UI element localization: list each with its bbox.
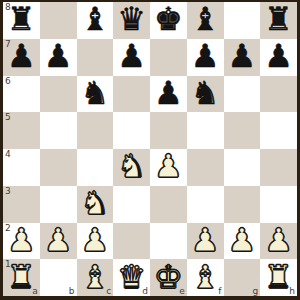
white-queen-piece[interactable]: ♛	[117, 261, 146, 293]
black-knight-piece[interactable]: ♞	[81, 77, 110, 109]
white-pawn-piece[interactable]: ♟	[81, 224, 110, 256]
board-frame: 8♜♝♛♚♝♜7♟♟♟♟♟♟6♞♟♞54♞♟3♞2♟♟♟♟♟♟1a♜bc♝d♛e…	[0, 0, 300, 300]
black-knight-piece[interactable]: ♞	[191, 77, 220, 109]
black-pawn-piece[interactable]: ♟	[154, 77, 183, 109]
square-d8[interactable]: ♛	[113, 2, 150, 39]
white-pawn-piece[interactable]: ♟	[228, 224, 257, 256]
square-a3[interactable]: 3	[3, 186, 40, 223]
square-f2[interactable]: ♟	[187, 223, 224, 260]
square-b1[interactable]: b	[40, 259, 77, 296]
rank-label-6: 6	[5, 76, 11, 86]
square-a4[interactable]: 4	[3, 149, 40, 186]
square-b5[interactable]	[40, 112, 77, 149]
file-label-g: g	[253, 286, 259, 296]
square-d6[interactable]	[113, 76, 150, 113]
white-knight-piece[interactable]: ♞	[117, 150, 146, 182]
square-b7[interactable]: ♟	[40, 39, 77, 76]
rank-label-3: 3	[5, 186, 11, 196]
square-g8[interactable]	[224, 2, 261, 39]
black-pawn-piece[interactable]: ♟	[264, 40, 293, 72]
square-e4[interactable]: ♟	[150, 149, 187, 186]
rank-label-4: 4	[5, 149, 11, 159]
file-label-b: b	[69, 286, 75, 296]
square-b4[interactable]	[40, 149, 77, 186]
square-e2[interactable]	[150, 223, 187, 260]
black-queen-piece[interactable]: ♛	[117, 3, 146, 35]
square-g2[interactable]: ♟	[224, 223, 261, 260]
black-pawn-piece[interactable]: ♟	[7, 40, 36, 72]
square-f3[interactable]	[187, 186, 224, 223]
square-f5[interactable]	[187, 112, 224, 149]
square-d3[interactable]	[113, 186, 150, 223]
square-h4[interactable]	[260, 149, 297, 186]
black-rook-piece[interactable]: ♜	[264, 3, 293, 35]
square-c4[interactable]	[77, 149, 114, 186]
square-a1[interactable]: 1a♜	[3, 259, 40, 296]
square-b3[interactable]	[40, 186, 77, 223]
square-f8[interactable]: ♝	[187, 2, 224, 39]
square-e8[interactable]: ♚	[150, 2, 187, 39]
square-g4[interactable]	[224, 149, 261, 186]
square-e5[interactable]	[150, 112, 187, 149]
square-d5[interactable]	[113, 112, 150, 149]
white-pawn-piece[interactable]: ♟	[264, 224, 293, 256]
square-b6[interactable]	[40, 76, 77, 113]
square-g3[interactable]	[224, 186, 261, 223]
white-pawn-piece[interactable]: ♟	[44, 224, 73, 256]
square-g5[interactable]	[224, 112, 261, 149]
square-g1[interactable]: g	[224, 259, 261, 296]
square-a5[interactable]: 5	[3, 112, 40, 149]
square-f4[interactable]	[187, 149, 224, 186]
square-b2[interactable]: ♟	[40, 223, 77, 260]
square-c5[interactable]	[77, 112, 114, 149]
black-pawn-piece[interactable]: ♟	[44, 40, 73, 72]
black-pawn-piece[interactable]: ♟	[117, 40, 146, 72]
square-g7[interactable]: ♟	[224, 39, 261, 76]
chess-board: 8♜♝♛♚♝♜7♟♟♟♟♟♟6♞♟♞54♞♟3♞2♟♟♟♟♟♟1a♜bc♝d♛e…	[3, 2, 297, 296]
square-f1[interactable]: f♝	[187, 259, 224, 296]
square-c1[interactable]: c♝	[77, 259, 114, 296]
square-h3[interactable]	[260, 186, 297, 223]
square-f6[interactable]: ♞	[187, 76, 224, 113]
white-pawn-piece[interactable]: ♟	[7, 224, 36, 256]
square-h8[interactable]: ♜	[260, 2, 297, 39]
square-b8[interactable]	[40, 2, 77, 39]
white-pawn-piece[interactable]: ♟	[191, 224, 220, 256]
square-g6[interactable]	[224, 76, 261, 113]
white-bishop-piece[interactable]: ♝	[191, 261, 220, 293]
square-a6[interactable]: 6	[3, 76, 40, 113]
square-c8[interactable]: ♝	[77, 2, 114, 39]
square-h5[interactable]	[260, 112, 297, 149]
black-pawn-piece[interactable]: ♟	[191, 40, 220, 72]
square-a2[interactable]: 2♟	[3, 223, 40, 260]
square-h7[interactable]: ♟	[260, 39, 297, 76]
white-king-piece[interactable]: ♚	[154, 261, 183, 293]
square-d1[interactable]: d♛	[113, 259, 150, 296]
square-c7[interactable]	[77, 39, 114, 76]
white-rook-piece[interactable]: ♜	[7, 261, 36, 293]
square-e6[interactable]: ♟	[150, 76, 187, 113]
square-d2[interactable]	[113, 223, 150, 260]
black-pawn-piece[interactable]: ♟	[228, 40, 257, 72]
white-bishop-piece[interactable]: ♝	[81, 261, 110, 293]
black-bishop-piece[interactable]: ♝	[81, 3, 110, 35]
square-f7[interactable]: ♟	[187, 39, 224, 76]
white-rook-piece[interactable]: ♜	[264, 261, 293, 293]
square-a7[interactable]: 7♟	[3, 39, 40, 76]
square-a8[interactable]: 8♜	[3, 2, 40, 39]
white-knight-piece[interactable]: ♞	[81, 187, 110, 219]
black-rook-piece[interactable]: ♜	[7, 3, 36, 35]
square-h1[interactable]: h♜	[260, 259, 297, 296]
square-c2[interactable]: ♟	[77, 223, 114, 260]
black-king-piece[interactable]: ♚	[154, 3, 183, 35]
black-bishop-piece[interactable]: ♝	[191, 3, 220, 35]
square-h2[interactable]: ♟	[260, 223, 297, 260]
square-d7[interactable]: ♟	[113, 39, 150, 76]
square-h6[interactable]	[260, 76, 297, 113]
rank-label-5: 5	[5, 112, 11, 122]
square-c3[interactable]: ♞	[77, 186, 114, 223]
square-d4[interactable]: ♞	[113, 149, 150, 186]
square-e7[interactable]	[150, 39, 187, 76]
square-c6[interactable]: ♞	[77, 76, 114, 113]
white-pawn-piece[interactable]: ♟	[154, 150, 183, 182]
square-e3[interactable]	[150, 186, 187, 223]
square-e1[interactable]: e♚	[150, 259, 187, 296]
